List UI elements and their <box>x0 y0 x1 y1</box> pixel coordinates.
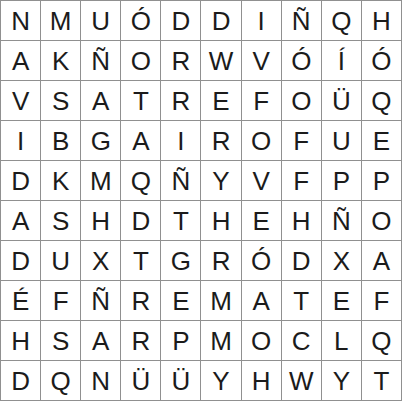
grid-cell-r6c5[interactable]: T <box>161 201 200 240</box>
grid-cell-r9c2[interactable]: S <box>41 321 80 360</box>
grid-cell-r2c8[interactable]: Ó <box>282 41 321 80</box>
grid-cell-r10c9[interactable]: Y <box>322 361 361 400</box>
grid-cell-r1c2[interactable]: M <box>41 1 80 40</box>
grid-cell-r9c9[interactable]: L <box>322 321 361 360</box>
grid-cell-r5c4[interactable]: Q <box>121 161 160 200</box>
grid-cell-r4c10[interactable]: E <box>362 121 401 160</box>
grid-cell-r6c9[interactable]: Ñ <box>322 201 361 240</box>
grid-cell-r8c3[interactable]: Ñ <box>81 281 120 320</box>
grid-cell-r9c1[interactable]: H <box>1 321 40 360</box>
grid-cell-r2c10[interactable]: Ó <box>362 41 401 80</box>
grid-cell-r6c2[interactable]: S <box>41 201 80 240</box>
word-search-grid: NMUÓDDIÑQHAKÑORWVÓÍÓVSATREFOÜQIBGAIROFUE… <box>0 0 402 401</box>
grid-cell-r5c9[interactable]: P <box>322 161 361 200</box>
grid-cell-r3c4[interactable]: T <box>121 81 160 120</box>
grid-cell-r1c8[interactable]: Ñ <box>282 1 321 40</box>
grid-cell-r8c4[interactable]: R <box>121 281 160 320</box>
grid-cell-r3c9[interactable]: Ü <box>322 81 361 120</box>
grid-cell-r4c7[interactable]: O <box>242 121 281 160</box>
grid-cell-r2c7[interactable]: V <box>242 41 281 80</box>
grid-cell-r4c5[interactable]: I <box>161 121 200 160</box>
grid-cell-r4c4[interactable]: A <box>121 121 160 160</box>
grid-cell-r8c1[interactable]: É <box>1 281 40 320</box>
grid-cell-r6c3[interactable]: H <box>81 201 120 240</box>
grid-cell-r5c2[interactable]: K <box>41 161 80 200</box>
grid-cell-r3c2[interactable]: S <box>41 81 80 120</box>
grid-cell-r3c6[interactable]: E <box>201 81 240 120</box>
grid-cell-r2c6[interactable]: W <box>201 41 240 80</box>
grid-cell-r9c8[interactable]: C <box>282 321 321 360</box>
grid-cell-r10c6[interactable]: Y <box>201 361 240 400</box>
grid-cell-r9c5[interactable]: P <box>161 321 200 360</box>
grid-cell-r7c9[interactable]: X <box>322 241 361 280</box>
grid-cell-r5c1[interactable]: D <box>1 161 40 200</box>
grid-cell-r3c10[interactable]: Q <box>362 81 401 120</box>
grid-cell-r1c7[interactable]: I <box>242 1 281 40</box>
grid-cell-r7c2[interactable]: U <box>41 241 80 280</box>
grid-cell-r3c1[interactable]: V <box>1 81 40 120</box>
grid-cell-r1c1[interactable]: N <box>1 1 40 40</box>
grid-cell-r6c7[interactable]: E <box>242 201 281 240</box>
grid-cell-r5c3[interactable]: M <box>81 161 120 200</box>
grid-cell-r10c2[interactable]: Q <box>41 361 80 400</box>
grid-cell-r5c8[interactable]: F <box>282 161 321 200</box>
grid-cell-r8c5[interactable]: E <box>161 281 200 320</box>
grid-cell-r10c7[interactable]: H <box>242 361 281 400</box>
grid-cell-r10c5[interactable]: Ü <box>161 361 200 400</box>
grid-cell-r2c4[interactable]: O <box>121 41 160 80</box>
grid-cell-r8c2[interactable]: F <box>41 281 80 320</box>
grid-cell-r7c5[interactable]: G <box>161 241 200 280</box>
grid-cell-r6c6[interactable]: H <box>201 201 240 240</box>
grid-cell-r6c10[interactable]: O <box>362 201 401 240</box>
grid-cell-r9c6[interactable]: M <box>201 321 240 360</box>
grid-cell-r2c5[interactable]: R <box>161 41 200 80</box>
grid-cell-r6c1[interactable]: A <box>1 201 40 240</box>
grid-cell-r1c6[interactable]: D <box>201 1 240 40</box>
grid-cell-r9c4[interactable]: R <box>121 321 160 360</box>
grid-cell-r1c5[interactable]: D <box>161 1 200 40</box>
grid-cell-r2c2[interactable]: K <box>41 41 80 80</box>
grid-cell-r7c8[interactable]: D <box>282 241 321 280</box>
grid-cell-r3c3[interactable]: A <box>81 81 120 120</box>
grid-cell-r7c4[interactable]: T <box>121 241 160 280</box>
grid-cell-r10c3[interactable]: N <box>81 361 120 400</box>
grid-cell-r2c1[interactable]: A <box>1 41 40 80</box>
grid-cell-r4c9[interactable]: U <box>322 121 361 160</box>
grid-cell-r7c7[interactable]: Ó <box>242 241 281 280</box>
grid-cell-r8c10[interactable]: F <box>362 281 401 320</box>
grid-cell-r4c6[interactable]: R <box>201 121 240 160</box>
grid-cell-r5c10[interactable]: P <box>362 161 401 200</box>
grid-cell-r3c8[interactable]: O <box>282 81 321 120</box>
grid-cell-r7c10[interactable]: A <box>362 241 401 280</box>
grid-cell-r10c4[interactable]: Ü <box>121 361 160 400</box>
grid-cell-r10c8[interactable]: W <box>282 361 321 400</box>
grid-cell-r6c8[interactable]: H <box>282 201 321 240</box>
grid-cell-r5c7[interactable]: V <box>242 161 281 200</box>
grid-cell-r10c10[interactable]: T <box>362 361 401 400</box>
grid-cell-r7c3[interactable]: X <box>81 241 120 280</box>
grid-cell-r9c10[interactable]: Q <box>362 321 401 360</box>
grid-cell-r9c3[interactable]: A <box>81 321 120 360</box>
grid-cell-r3c5[interactable]: R <box>161 81 200 120</box>
grid-cell-r4c1[interactable]: I <box>1 121 40 160</box>
grid-cell-r4c3[interactable]: G <box>81 121 120 160</box>
grid-cell-r1c4[interactable]: Ó <box>121 1 160 40</box>
grid-cell-r5c6[interactable]: Y <box>201 161 240 200</box>
grid-cell-r1c9[interactable]: Q <box>322 1 361 40</box>
grid-cell-r8c7[interactable]: A <box>242 281 281 320</box>
grid-cell-r1c10[interactable]: H <box>362 1 401 40</box>
grid-cell-r6c4[interactable]: D <box>121 201 160 240</box>
grid-cell-r10c1[interactable]: D <box>1 361 40 400</box>
grid-cell-r7c1[interactable]: D <box>1 241 40 280</box>
grid-cell-r1c3[interactable]: U <box>81 1 120 40</box>
grid-cell-r8c8[interactable]: T <box>282 281 321 320</box>
grid-cell-r2c3[interactable]: Ñ <box>81 41 120 80</box>
grid-cell-r7c6[interactable]: R <box>201 241 240 280</box>
grid-cell-r3c7[interactable]: F <box>242 81 281 120</box>
grid-cell-r9c7[interactable]: O <box>242 321 281 360</box>
grid-cell-r4c8[interactable]: F <box>282 121 321 160</box>
grid-cell-r8c9[interactable]: E <box>322 281 361 320</box>
grid-cell-r4c2[interactable]: B <box>41 121 80 160</box>
grid-cell-r5c5[interactable]: Ñ <box>161 161 200 200</box>
grid-cell-r2c9[interactable]: Í <box>322 41 361 80</box>
grid-cell-r8c6[interactable]: M <box>201 281 240 320</box>
